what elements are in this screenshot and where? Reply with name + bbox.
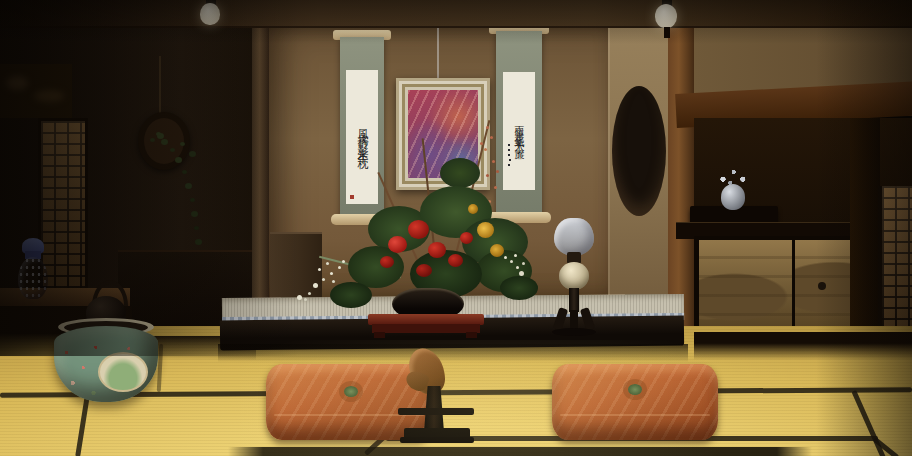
scroll-paper: 風搖竹影来午枕 (346, 70, 378, 204)
lamp-stem (569, 288, 579, 312)
lamp-glass-shade (554, 218, 594, 256)
white-blossom-spray (338, 266, 341, 269)
scroll-right: 雨筆花氣入丁簾 (487, 24, 551, 234)
low-screen-left-of-platform (270, 232, 322, 304)
lamp-bulb (200, 3, 220, 25)
silver-ornament (712, 166, 754, 212)
red-flower (380, 256, 394, 268)
cabinet-door-handle (818, 282, 826, 290)
cushion-crease (560, 414, 710, 416)
lamp-tripod-leg (580, 307, 595, 331)
white-blossom-spray (504, 256, 507, 259)
jar-body (18, 257, 48, 299)
red-flower (388, 236, 407, 253)
below-cabinet-floor (694, 332, 912, 360)
foliage (440, 158, 480, 188)
ceiling-lamp-left (200, 0, 222, 26)
red-flower (416, 264, 432, 277)
stand-foot (466, 332, 477, 338)
lamp-ceramic-font (559, 262, 589, 290)
transom-carving (0, 64, 72, 118)
cushion-center-tassel (344, 386, 358, 397)
oil-lamp (550, 218, 598, 336)
lamp-bulb (655, 4, 677, 28)
armrest-crossbar (398, 408, 474, 415)
tatami-room-photo: 風搖竹影来午枕 雨筆花氣入丁簾 (0, 0, 912, 456)
ivy-trailing-leaves (156, 132, 161, 136)
cabinet-door-left (699, 240, 792, 332)
red-flower (448, 254, 463, 267)
red-flower (460, 232, 473, 244)
red-flower (428, 242, 446, 258)
tatami-front-edge-band (228, 447, 812, 456)
branch-buds (486, 126, 489, 129)
yellow-flower (468, 204, 478, 214)
hibachi-landscape-medallion (98, 352, 148, 392)
signature-marks (508, 144, 510, 146)
calligraphy-right: 雨筆花氣入丁簾 (503, 72, 535, 190)
alcove-pillar-left (252, 26, 269, 328)
armrest-foot (400, 437, 474, 443)
hanging-vase-chain (159, 56, 161, 114)
porcelain-jar (16, 238, 50, 300)
zabuton-cushion-right (552, 364, 718, 440)
scroll-left: 風搖竹影来午枕 (331, 30, 393, 228)
yellow-flower (490, 244, 504, 257)
foliage-trailing (330, 282, 372, 308)
lamp-base (552, 328, 596, 336)
far-right-pillar (850, 118, 880, 350)
scroll-paper: 雨筆花氣入丁簾 (503, 72, 535, 190)
shoji-screen-right (878, 186, 912, 334)
calligraphy-left: 風搖竹影来午枕 (346, 70, 378, 204)
carving-detail (34, 90, 64, 102)
stand-foot (374, 332, 385, 338)
foliage-trailing (500, 276, 538, 300)
seal-mark (350, 195, 354, 199)
yellow-flower (477, 222, 494, 238)
ceiling-lamp-right (654, 0, 680, 38)
red-flower (408, 220, 429, 239)
carving-detail (6, 76, 28, 90)
ceiling-band (0, 0, 912, 28)
round-window (612, 86, 666, 216)
hanging-ring-vase (138, 112, 190, 170)
lamp-bracket (664, 27, 670, 38)
red-lacquer-stand-front (372, 324, 480, 333)
ornament-body (721, 184, 745, 210)
cushion-center-tassel (628, 384, 642, 395)
